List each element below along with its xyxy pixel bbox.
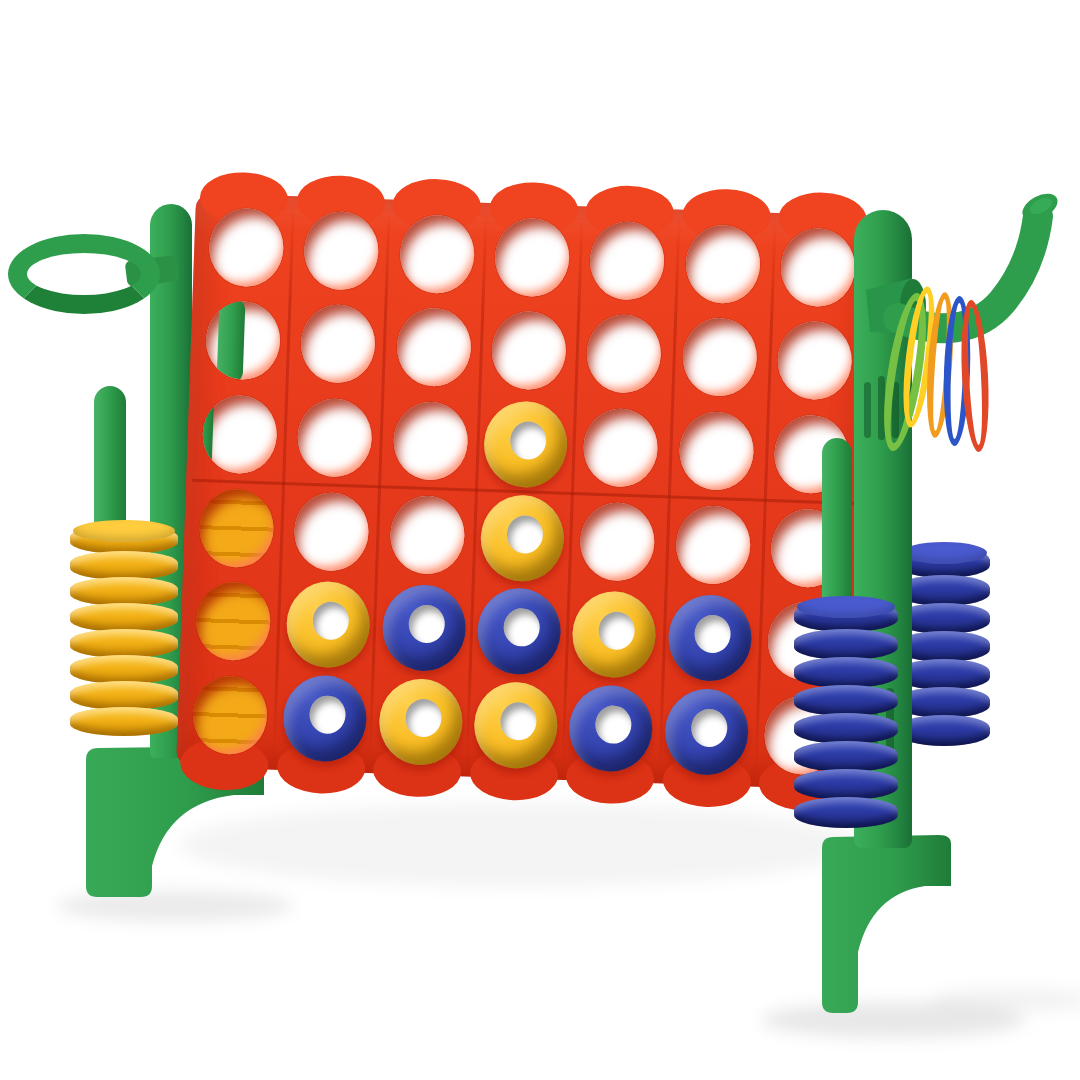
left-storage-pole bbox=[94, 386, 126, 542]
left-yellow-stack bbox=[70, 528, 178, 736]
stored-disc bbox=[794, 769, 898, 800]
stored-disc bbox=[794, 657, 898, 688]
giant-connect-four-playset bbox=[0, 0, 1080, 1080]
stored-disc bbox=[794, 713, 898, 744]
right-storage-pole bbox=[822, 438, 852, 610]
stored-disc bbox=[70, 655, 178, 684]
stored-disc bbox=[70, 603, 178, 632]
stored-disc bbox=[794, 685, 898, 716]
stored-disc bbox=[70, 681, 178, 710]
stored-disc bbox=[70, 577, 178, 606]
right-front-blue-stack bbox=[794, 604, 898, 828]
stored-disc bbox=[70, 551, 178, 580]
stored-disc bbox=[70, 629, 178, 658]
stored-disc bbox=[794, 797, 898, 828]
stored-disc bbox=[794, 741, 898, 772]
stored-disc bbox=[70, 707, 178, 736]
stored-disc bbox=[70, 525, 178, 554]
stored-disc bbox=[794, 629, 898, 660]
stored-disc bbox=[794, 601, 898, 632]
